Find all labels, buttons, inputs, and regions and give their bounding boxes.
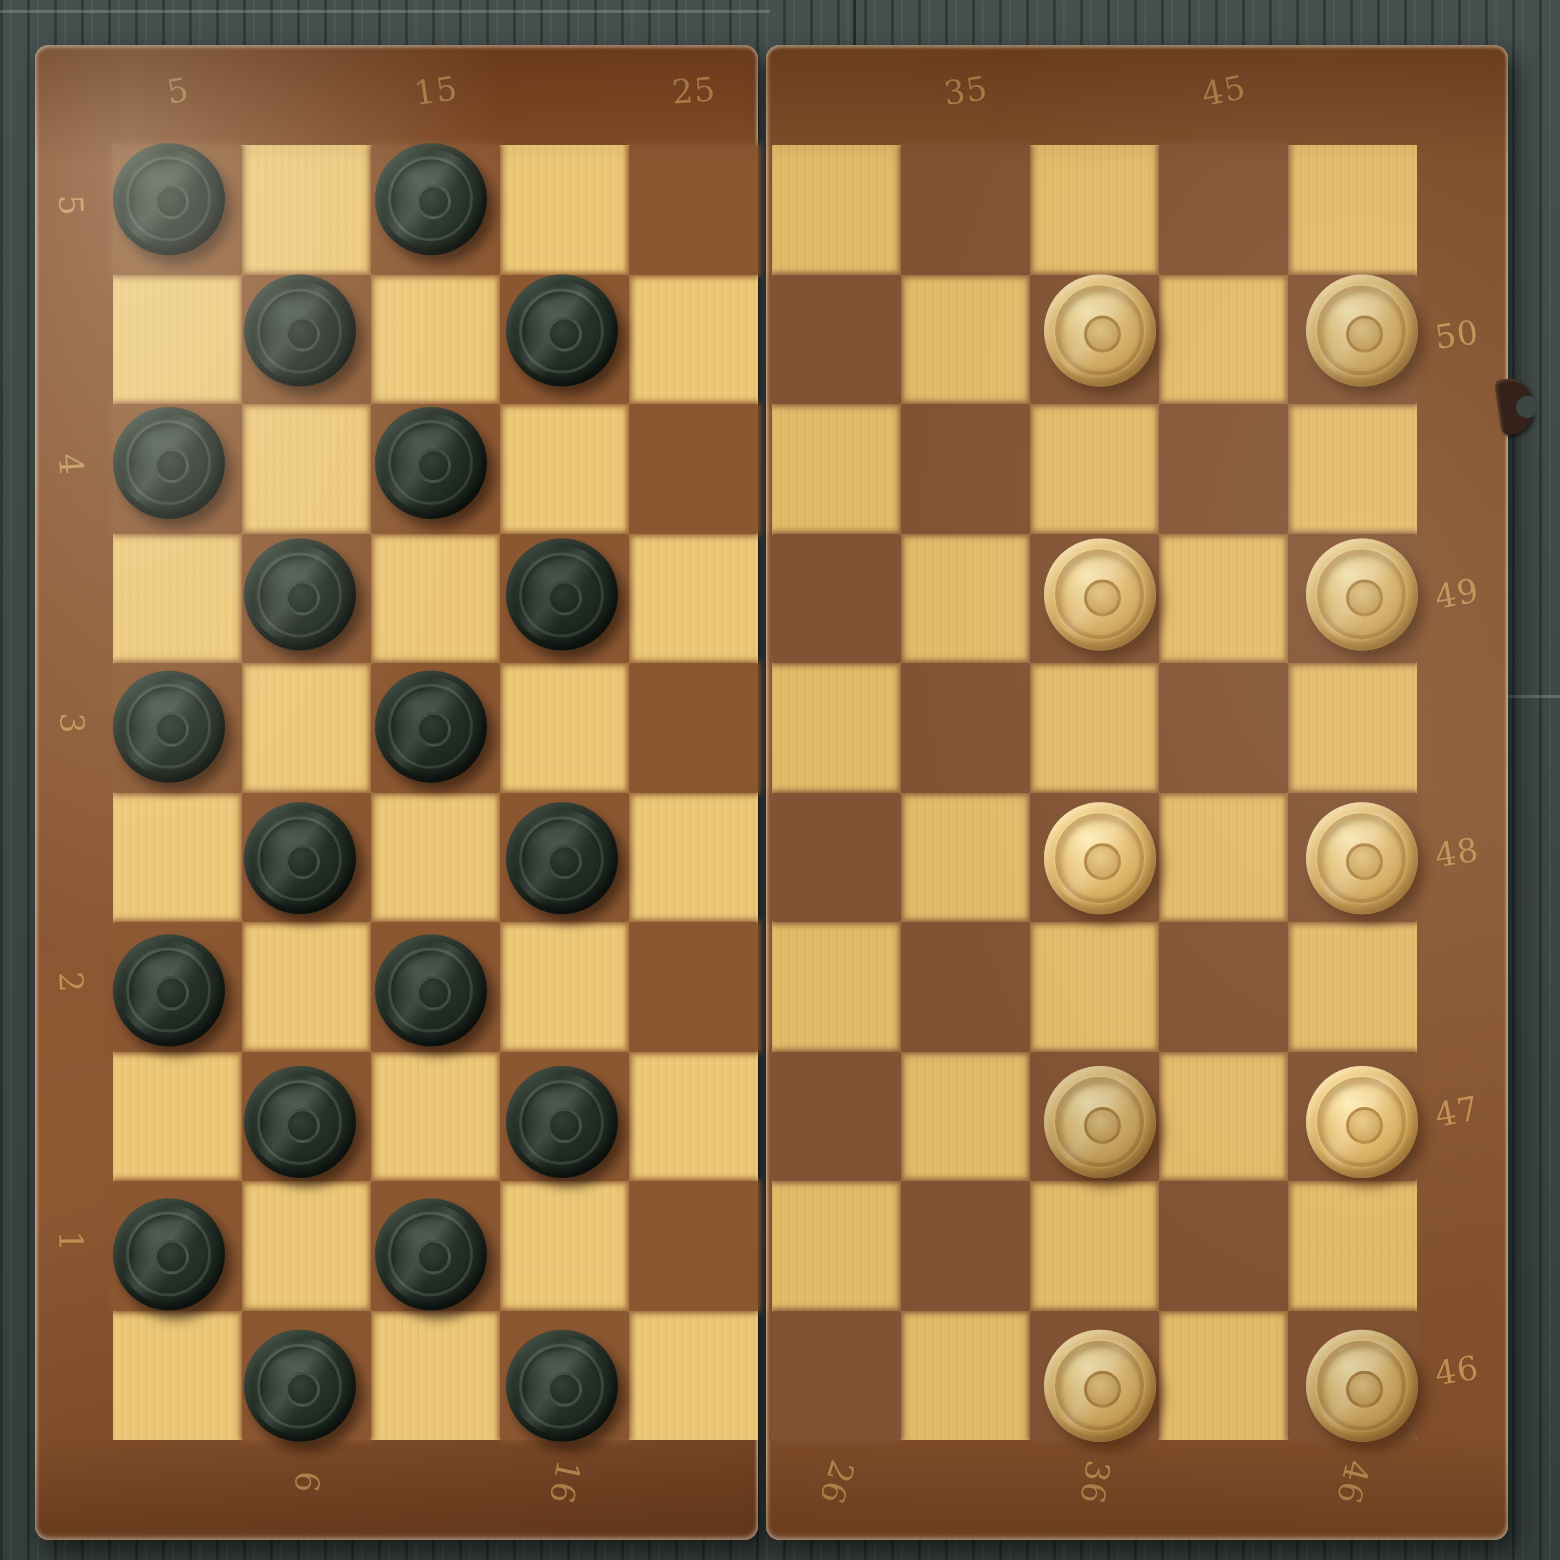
piece-gloss-highlight [381,150,480,249]
square-18[interactable] [500,793,629,923]
light-square [500,145,629,275]
light-square [242,1181,371,1311]
playfield-right [772,145,1417,1440]
light-square [901,1311,1030,1441]
light-square [772,663,901,793]
light-square [500,922,629,1052]
black-man-square-19[interactable] [506,539,618,651]
frame-number-top: 5 [147,66,209,114]
light-square [113,275,242,405]
square-22[interactable] [629,922,758,1052]
white-man-square-46[interactable] [1306,1330,1418,1442]
square-5[interactable] [113,145,242,275]
square-50[interactable] [1288,275,1417,405]
white-man-square-49[interactable] [1306,539,1418,651]
light-square [371,534,500,664]
piece-gloss-highlight [119,150,218,249]
light-square [500,1181,629,1311]
light-square [1288,922,1417,1052]
board-left-half: 5152561654321 [35,45,758,1540]
piece-gloss-highlight [1050,545,1149,644]
square-29[interactable] [772,534,901,664]
piece-gloss-highlight [119,941,218,1040]
piece-gloss-highlight [512,1337,611,1436]
square-35[interactable] [901,145,1030,275]
square-43[interactable] [1159,663,1288,793]
piece-gloss-highlight [250,809,349,908]
square-27[interactable] [772,1052,901,1182]
piece-gloss-highlight [1050,809,1149,908]
square-11[interactable] [371,1181,500,1311]
black-man-square-1[interactable] [113,1198,225,1310]
square-46[interactable] [1288,1311,1417,1441]
square-2[interactable] [113,922,242,1052]
square-17[interactable] [500,1052,629,1182]
square-37[interactable] [1030,1052,1159,1182]
frame-number-bottom: 16 [540,1451,590,1514]
light-square [1159,1052,1288,1182]
piece-gloss-highlight [119,1205,218,1304]
square-47[interactable] [1288,1052,1417,1182]
square-45[interactable] [1159,145,1288,275]
light-square [901,793,1030,923]
frame-number-bottom: 6 [284,1453,329,1513]
black-man-square-6[interactable] [244,1330,356,1442]
white-man-square-37[interactable] [1044,1066,1156,1178]
square-24[interactable] [629,404,758,534]
square-10[interactable] [242,275,371,405]
frame-number-top: 45 [1192,66,1254,115]
square-6[interactable] [242,1311,371,1441]
floor-plank-joint [853,0,856,46]
square-8[interactable] [242,793,371,923]
frame-number-left: 3 [52,695,91,751]
frame-number-left: 1 [51,1213,91,1270]
square-28[interactable] [772,793,901,923]
black-man-square-4[interactable] [113,407,225,519]
light-square [371,793,500,923]
light-square [371,1052,500,1182]
black-man-square-11[interactable] [375,1198,487,1310]
black-man-square-16[interactable] [506,1330,618,1442]
light-square [1288,663,1417,793]
square-12[interactable] [371,922,500,1052]
playfield-left [113,145,758,1440]
frame-number-bottom: 36 [1070,1452,1118,1514]
light-square [1030,1181,1159,1311]
frame-number-top: 25 [664,69,723,113]
light-square [500,404,629,534]
piece-gloss-highlight [250,1073,349,1172]
black-man-square-7[interactable] [244,1066,356,1178]
frame-number-right: 49 [1426,570,1488,618]
square-48[interactable] [1288,793,1417,923]
square-49[interactable] [1288,534,1417,664]
square-21[interactable] [629,1181,758,1311]
light-square [772,404,901,534]
light-square [1159,534,1288,664]
light-square [901,275,1030,405]
square-38[interactable] [1030,793,1159,923]
black-man-square-13[interactable] [375,671,487,783]
light-square [1288,1181,1417,1311]
white-man-square-40[interactable] [1044,275,1156,387]
square-4[interactable] [113,404,242,534]
light-square [242,663,371,793]
light-square [371,1311,500,1441]
black-man-square-12[interactable] [375,934,487,1046]
light-square [113,1311,242,1441]
white-man-square-50[interactable] [1306,275,1418,387]
white-man-square-48[interactable] [1306,802,1418,914]
frame-number-right: 47 [1426,1087,1488,1136]
light-square [371,275,500,405]
latch-hook [1498,378,1538,434]
light-square [242,145,371,275]
black-man-square-15[interactable] [375,143,487,255]
square-31[interactable] [901,1181,1030,1311]
piece-gloss-highlight [381,413,480,512]
square-26[interactable] [772,1311,901,1441]
piece-gloss-highlight [119,413,218,512]
frame-number-left: 5 [51,177,92,234]
square-7[interactable] [242,1052,371,1182]
light-square [1030,663,1159,793]
light-square [629,793,758,923]
light-square [113,1052,242,1182]
light-square [1159,275,1288,405]
square-23[interactable] [629,663,758,793]
light-square [629,534,758,664]
light-square [113,534,242,664]
black-man-square-10[interactable] [244,275,356,387]
frame-number-left: 2 [50,953,92,1011]
piece-gloss-highlight [1312,1073,1411,1172]
white-man-square-38[interactable] [1044,802,1156,914]
light-square [901,1052,1030,1182]
black-man-square-3[interactable] [113,671,225,783]
latch-hook-notch [1516,396,1538,418]
photo-scene: 5152561654321 35452636465049484746 [0,0,1560,1560]
square-44[interactable] [1159,404,1288,534]
square-20[interactable] [500,275,629,405]
piece-gloss-highlight [250,545,349,644]
frame-number-bottom: 46 [1327,1451,1378,1515]
light-square [772,922,901,1052]
piece-gloss-highlight [119,677,218,776]
piece-gloss-highlight [1050,1337,1149,1436]
square-41[interactable] [1159,1181,1288,1311]
square-39[interactable] [1030,534,1159,664]
piece-gloss-highlight [512,545,611,644]
piece-gloss-highlight [1312,1337,1411,1436]
frame-number-top: 35 [935,67,996,113]
piece-gloss-highlight [1312,545,1411,644]
frame-number-right: 46 [1426,1347,1487,1394]
frame-number-right: 48 [1426,829,1487,876]
floor-plank-seam [0,10,770,13]
light-square [500,663,629,793]
square-19[interactable] [500,534,629,664]
piece-gloss-highlight [381,941,480,1040]
piece-gloss-highlight [250,282,349,381]
square-9[interactable] [242,534,371,664]
black-man-square-2[interactable] [113,934,225,1046]
square-40[interactable] [1030,275,1159,405]
piece-gloss-highlight [1050,282,1149,381]
frame-number-right: 50 [1427,312,1488,358]
square-3[interactable] [113,663,242,793]
black-man-square-18[interactable] [506,802,618,914]
light-square [629,1311,758,1441]
square-42[interactable] [1159,922,1288,1052]
square-14[interactable] [371,404,500,534]
light-square [772,145,901,275]
black-man-square-17[interactable] [506,1066,618,1178]
light-square [629,1052,758,1182]
light-square [772,1181,901,1311]
piece-gloss-highlight [1312,282,1411,381]
white-man-square-36[interactable] [1044,1330,1156,1442]
light-square [1288,145,1417,275]
square-34[interactable] [901,404,1030,534]
square-16[interactable] [500,1311,629,1441]
light-square [629,275,758,405]
board-right-half: 35452636465049484746 [766,45,1508,1540]
piece-gloss-highlight [512,282,611,381]
square-15[interactable] [371,145,500,275]
black-man-square-9[interactable] [244,539,356,651]
piece-gloss-highlight [1312,809,1411,908]
light-square [1030,404,1159,534]
white-man-square-47[interactable] [1306,1066,1418,1178]
square-1[interactable] [113,1181,242,1311]
piece-gloss-highlight [1050,1073,1149,1172]
piece-gloss-highlight [250,1337,349,1436]
black-man-square-14[interactable] [375,407,487,519]
light-square [901,534,1030,664]
piece-gloss-highlight [381,1205,480,1304]
square-25[interactable] [629,145,758,275]
square-32[interactable] [901,922,1030,1052]
piece-gloss-highlight [512,1073,611,1172]
frame-number-bottom: 26 [809,1450,863,1515]
light-square [113,793,242,923]
piece-gloss-highlight [381,677,480,776]
light-square [1030,145,1159,275]
light-square [242,404,371,534]
light-square [1030,922,1159,1052]
frame-number-left: 4 [50,435,93,494]
frame-number-top: 15 [405,67,466,113]
light-square [242,922,371,1052]
square-33[interactable] [901,663,1030,793]
black-man-square-8[interactable] [244,802,356,914]
square-13[interactable] [371,663,500,793]
light-square [1159,1311,1288,1441]
light-square [1288,404,1417,534]
piece-gloss-highlight [512,809,611,908]
square-36[interactable] [1030,1311,1159,1441]
white-man-square-39[interactable] [1044,539,1156,651]
square-30[interactable] [772,275,901,405]
black-man-square-20[interactable] [506,275,618,387]
black-man-square-5[interactable] [113,143,225,255]
light-square [1159,793,1288,923]
